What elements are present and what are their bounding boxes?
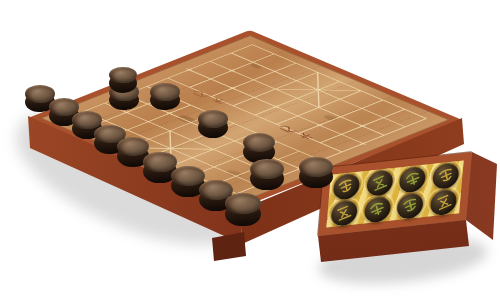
board-piece[interactable]	[225, 193, 260, 226]
piece-top	[150, 83, 179, 100]
board-piece[interactable]	[198, 110, 229, 138]
piece-top	[299, 157, 332, 177]
piece-top	[198, 110, 229, 128]
board-piece[interactable]	[109, 67, 137, 93]
board-piece[interactable]	[150, 83, 179, 110]
board-piece[interactable]	[250, 159, 284, 190]
board-piece[interactable]	[299, 157, 332, 188]
piece-top	[225, 193, 260, 214]
product-photo	[0, 0, 500, 303]
piece-top	[250, 159, 284, 179]
drawer-lining	[326, 160, 463, 227]
